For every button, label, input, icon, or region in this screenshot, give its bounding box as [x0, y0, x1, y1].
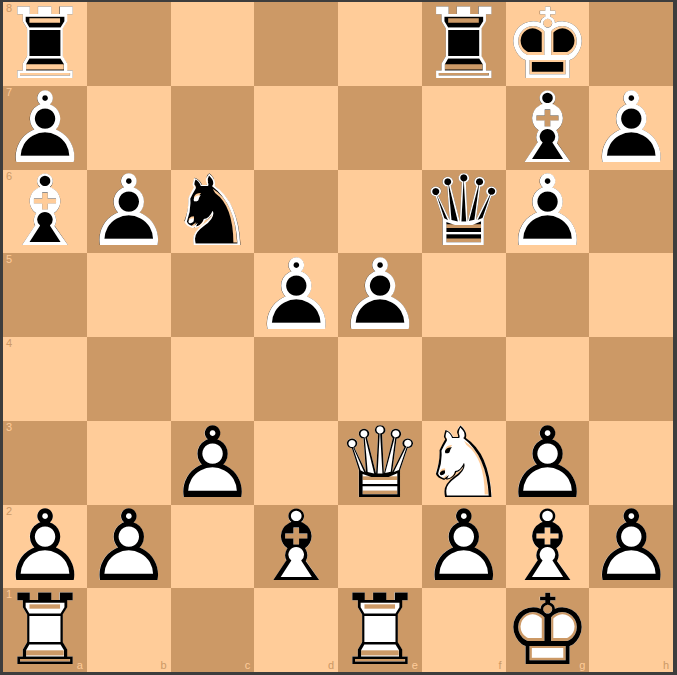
file-label: c: [245, 660, 251, 671]
white-pawn-icon[interactable]: ♟♙: [506, 421, 590, 505]
piece-fill: ♝: [506, 505, 590, 589]
square-b4[interactable]: [87, 337, 171, 421]
piece-outline: ♖: [422, 2, 506, 86]
square-d1[interactable]: d: [254, 588, 338, 672]
square-d8[interactable]: [254, 2, 338, 86]
piece-outline: ♗: [506, 86, 590, 170]
square-h4[interactable]: [589, 337, 673, 421]
square-b8[interactable]: [87, 2, 171, 86]
piece-fill: ♝: [506, 86, 590, 170]
white-pawn-icon[interactable]: ♟♙: [3, 505, 87, 589]
white-pawn-icon[interactable]: ♟♙: [87, 505, 171, 589]
square-a5[interactable]: 5: [3, 253, 87, 337]
square-c2[interactable]: [171, 505, 255, 589]
file-label: h: [663, 660, 669, 671]
piece-fill: ♟: [3, 86, 87, 170]
square-f1[interactable]: f: [422, 588, 506, 672]
piece-fill: ♜: [422, 2, 506, 86]
piece-outline: ♗: [506, 505, 590, 589]
piece-fill: ♟: [589, 86, 673, 170]
black-pawn-icon[interactable]: ♟♙: [589, 86, 673, 170]
black-rook-icon[interactable]: ♜♖: [3, 2, 87, 86]
piece-outline: ♙: [506, 170, 590, 254]
piece-fill: ♚: [506, 588, 590, 672]
white-pawn-icon[interactable]: ♟♙: [171, 421, 255, 505]
square-h3[interactable]: [589, 421, 673, 505]
rank-label: 4: [6, 338, 12, 349]
square-c4[interactable]: [171, 337, 255, 421]
square-g8[interactable]: ♚♔: [506, 2, 590, 86]
square-e6[interactable]: [338, 170, 422, 254]
square-f6[interactable]: ♛♕: [422, 170, 506, 254]
piece-outline: ♘: [171, 170, 255, 254]
black-pawn-icon[interactable]: ♟♙: [338, 253, 422, 337]
black-queen-icon[interactable]: ♛♕: [422, 170, 506, 254]
piece-fill: ♜: [338, 588, 422, 672]
square-d2[interactable]: ♝♗: [254, 505, 338, 589]
square-c6[interactable]: ♞♘: [171, 170, 255, 254]
rank-label: 3: [6, 422, 12, 433]
black-knight-icon[interactable]: ♞♘: [171, 170, 255, 254]
piece-fill: ♟: [87, 505, 171, 589]
black-pawn-icon[interactable]: ♟♙: [506, 170, 590, 254]
piece-outline: ♙: [254, 253, 338, 337]
square-e7[interactable]: [338, 86, 422, 170]
square-a7[interactable]: 7♟♙: [3, 86, 87, 170]
square-b5[interactable]: [87, 253, 171, 337]
white-pawn-icon[interactable]: ♟♙: [589, 505, 673, 589]
rank-label: 5: [6, 254, 12, 265]
square-e2[interactable]: [338, 505, 422, 589]
square-d5[interactable]: ♟♙: [254, 253, 338, 337]
square-g3[interactable]: ♟♙: [506, 421, 590, 505]
black-pawn-icon[interactable]: ♟♙: [87, 170, 171, 254]
piece-fill: ♟: [422, 505, 506, 589]
white-queen-icon[interactable]: ♛♕: [338, 421, 422, 505]
piece-fill: ♟: [3, 505, 87, 589]
piece-fill: ♞: [171, 170, 255, 254]
square-f3[interactable]: ♞♘: [422, 421, 506, 505]
black-bishop-icon[interactable]: ♝♗: [506, 86, 590, 170]
square-g7[interactable]: ♝♗: [506, 86, 590, 170]
piece-fill: ♜: [3, 588, 87, 672]
piece-outline: ♙: [589, 86, 673, 170]
square-c8[interactable]: [171, 2, 255, 86]
square-d6[interactable]: [254, 170, 338, 254]
piece-fill: ♟: [506, 421, 590, 505]
square-e4[interactable]: [338, 337, 422, 421]
piece-fill: ♟: [171, 421, 255, 505]
piece-fill: ♟: [87, 170, 171, 254]
piece-outline: ♔: [506, 2, 590, 86]
black-rook-icon[interactable]: ♜♖: [422, 2, 506, 86]
white-knight-icon[interactable]: ♞♘: [422, 421, 506, 505]
piece-fill: ♟: [506, 170, 590, 254]
piece-fill: ♚: [506, 2, 590, 86]
black-bishop-icon[interactable]: ♝♗: [3, 170, 87, 254]
piece-outline: ♙: [506, 421, 590, 505]
piece-outline: ♘: [422, 421, 506, 505]
white-rook-icon[interactable]: ♜♖: [338, 588, 422, 672]
square-c3[interactable]: ♟♙: [171, 421, 255, 505]
white-rook-icon[interactable]: ♜♖: [3, 588, 87, 672]
square-h6[interactable]: [589, 170, 673, 254]
square-a6[interactable]: 6♝♗: [3, 170, 87, 254]
square-c7[interactable]: [171, 86, 255, 170]
piece-outline: ♔: [506, 588, 590, 672]
square-e3[interactable]: ♛♕: [338, 421, 422, 505]
piece-outline: ♕: [422, 170, 506, 254]
white-bishop-icon[interactable]: ♝♗: [254, 505, 338, 589]
square-a4[interactable]: 4: [3, 337, 87, 421]
square-f7[interactable]: [422, 86, 506, 170]
square-g1[interactable]: g♚♔: [506, 588, 590, 672]
file-label: d: [328, 660, 334, 671]
square-b1[interactable]: b: [87, 588, 171, 672]
square-d4[interactable]: [254, 337, 338, 421]
piece-outline: ♕: [338, 421, 422, 505]
square-g6[interactable]: ♟♙: [506, 170, 590, 254]
square-b2[interactable]: ♟♙: [87, 505, 171, 589]
black-pawn-icon[interactable]: ♟♙: [254, 253, 338, 337]
piece-outline: ♖: [3, 2, 87, 86]
black-pawn-icon[interactable]: ♟♙: [3, 86, 87, 170]
piece-outline: ♙: [87, 505, 171, 589]
piece-outline: ♙: [3, 86, 87, 170]
piece-fill: ♝: [3, 170, 87, 254]
square-h8[interactable]: [589, 2, 673, 86]
square-g2[interactable]: ♝♗: [506, 505, 590, 589]
square-d7[interactable]: [254, 86, 338, 170]
piece-outline: ♙: [87, 170, 171, 254]
square-g5[interactable]: [506, 253, 590, 337]
chess-app: 8♜♖♜♖♚♔7♟♙♝♗♟♙6♝♗♟♙♞♘♛♕♟♙5♟♙♟♙43♟♙♛♕♞♘♟♙…: [0, 0, 677, 675]
piece-fill: ♞: [422, 421, 506, 505]
square-e8[interactable]: [338, 2, 422, 86]
piece-outline: ♙: [338, 253, 422, 337]
piece-fill: ♟: [254, 253, 338, 337]
chess-board: 8♜♖♜♖♚♔7♟♙♝♗♟♙6♝♗♟♙♞♘♛♕♟♙5♟♙♟♙43♟♙♛♕♞♘♟♙…: [0, 0, 677, 675]
white-king-icon[interactable]: ♚♔: [506, 588, 590, 672]
black-king-icon[interactable]: ♚♔: [506, 2, 590, 86]
square-f2[interactable]: ♟♙: [422, 505, 506, 589]
square-b3[interactable]: [87, 421, 171, 505]
square-d3[interactable]: [254, 421, 338, 505]
piece-outline: ♙: [171, 421, 255, 505]
piece-fill: ♟: [338, 253, 422, 337]
square-a1[interactable]: 1a♜♖: [3, 588, 87, 672]
white-bishop-icon[interactable]: ♝♗: [506, 505, 590, 589]
square-h1[interactable]: h: [589, 588, 673, 672]
piece-outline: ♙: [3, 505, 87, 589]
square-f5[interactable]: [422, 253, 506, 337]
piece-outline: ♙: [422, 505, 506, 589]
square-c1[interactable]: c: [171, 588, 255, 672]
piece-fill: ♛: [338, 421, 422, 505]
piece-outline: ♗: [3, 170, 87, 254]
piece-outline: ♗: [254, 505, 338, 589]
square-g4[interactable]: [506, 337, 590, 421]
square-e1[interactable]: e♜♖: [338, 588, 422, 672]
piece-fill: ♝: [254, 505, 338, 589]
piece-outline: ♙: [589, 505, 673, 589]
square-e5[interactable]: ♟♙: [338, 253, 422, 337]
square-b6[interactable]: ♟♙: [87, 170, 171, 254]
square-a8[interactable]: 8♜♖: [3, 2, 87, 86]
square-f4[interactable]: [422, 337, 506, 421]
square-f8[interactable]: ♜♖: [422, 2, 506, 86]
piece-outline: ♖: [338, 588, 422, 672]
file-label: b: [160, 660, 166, 671]
square-b7[interactable]: [87, 86, 171, 170]
piece-fill: ♜: [3, 2, 87, 86]
square-a2[interactable]: 2♟♙: [3, 505, 87, 589]
file-label: f: [498, 660, 501, 671]
piece-fill: ♛: [422, 170, 506, 254]
white-pawn-icon[interactable]: ♟♙: [422, 505, 506, 589]
square-c5[interactable]: [171, 253, 255, 337]
square-h7[interactable]: ♟♙: [589, 86, 673, 170]
square-h2[interactable]: ♟♙: [589, 505, 673, 589]
piece-fill: ♟: [589, 505, 673, 589]
square-a3[interactable]: 3: [3, 421, 87, 505]
square-h5[interactable]: [589, 253, 673, 337]
piece-outline: ♖: [3, 588, 87, 672]
